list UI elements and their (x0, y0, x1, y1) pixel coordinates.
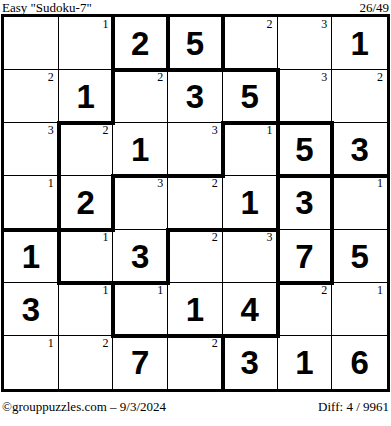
thick-border-segment (57, 228, 61, 285)
thick-border-segment (221, 68, 280, 72)
thick-border-segment (276, 281, 335, 285)
corner-mark: 2 (212, 230, 218, 244)
thick-border-segment (330, 121, 334, 178)
given-digit: 3 (332, 123, 387, 175)
thick-border-segment (57, 121, 116, 125)
thick-border-segment (166, 228, 170, 285)
corner-mark: 3 (212, 123, 218, 137)
corner-mark: 1 (377, 283, 383, 297)
corner-mark: 2 (212, 176, 218, 190)
given-digit: 5 (168, 17, 222, 69)
thick-border-segment (111, 281, 170, 285)
thick-border-segment (166, 15, 170, 72)
given-digit: 1 (113, 123, 167, 175)
cell-r6c2[interactable]: 1 (59, 283, 114, 336)
cell-r7c4[interactable]: 2 (168, 336, 223, 389)
given-digit: 5 (278, 123, 332, 175)
corner-mark: 2 (377, 70, 383, 84)
cell-r3c7: 3 (332, 123, 387, 176)
thick-border-segment (221, 334, 225, 391)
corner-mark: 2 (267, 17, 273, 31)
corner-mark: 1 (102, 17, 108, 31)
sudoku-board: 1252312123532321315312321311132375311142… (1, 14, 390, 392)
cell-r4c2: 2 (59, 176, 114, 229)
thick-border-segment (111, 174, 115, 231)
given-digit: 5 (223, 70, 277, 122)
corner-mark: 2 (102, 123, 108, 137)
cell-r3c6: 5 (278, 123, 333, 176)
corner-mark: 2 (157, 70, 163, 84)
thick-border-segment (166, 334, 225, 338)
given-digit: 1 (4, 230, 58, 282)
cell-r4c1[interactable]: 1 (4, 176, 59, 229)
thick-border-segment (111, 15, 115, 72)
given-digit: 4 (223, 283, 277, 335)
thick-border-segment (57, 281, 116, 285)
cell-r5c5[interactable]: 3 (223, 230, 278, 283)
thick-border-segment (57, 228, 116, 232)
cell-r2c5: 5 (223, 70, 278, 123)
footer-copyright: ©grouppuzzles.com – 9/3/2024 (2, 399, 166, 415)
corner-mark: 3 (321, 17, 327, 31)
cell-r1c7: 1 (332, 17, 387, 70)
given-digit: 1 (168, 283, 222, 335)
cell-r7c2[interactable]: 2 (59, 336, 114, 389)
thick-border-segment (166, 174, 225, 178)
cell-r5c6: 7 (278, 230, 333, 283)
thick-border-segment (111, 68, 115, 125)
given-digit: 3 (223, 336, 277, 389)
thick-border-segment (111, 334, 170, 338)
cell-r1c4: 5 (168, 17, 223, 70)
thick-border-segment (276, 174, 280, 231)
cell-r7c6: 1 (278, 336, 333, 389)
cell-r6c7[interactable]: 1 (332, 283, 387, 336)
cell-r7c5: 3 (223, 336, 278, 389)
cell-r6c6[interactable]: 2 (278, 283, 333, 336)
corner-mark: 2 (102, 336, 108, 350)
given-digit: 1 (278, 336, 332, 389)
cell-r1c5[interactable]: 2 (223, 17, 278, 70)
cell-r6c4: 1 (168, 283, 223, 336)
cell-r2c2: 1 (59, 70, 114, 123)
cell-r6c5: 4 (223, 283, 278, 336)
cell-r5c4[interactable]: 2 (168, 230, 223, 283)
cell-r3c5[interactable]: 1 (223, 123, 278, 176)
cell-r4c5: 1 (223, 176, 278, 229)
thick-border-segment (166, 68, 225, 72)
corner-mark: 3 (157, 176, 163, 190)
cell-r2c3[interactable]: 2 (113, 70, 168, 123)
thick-border-segment (166, 228, 225, 232)
cell-r4c6: 3 (278, 176, 333, 229)
given-digit: 2 (59, 176, 113, 228)
thick-border-segment (276, 121, 335, 125)
thick-border-segment (57, 174, 61, 231)
thick-border-segment (221, 121, 225, 178)
thick-border-segment (276, 174, 335, 178)
cell-r2c1[interactable]: 2 (4, 70, 59, 123)
cell-r4c4[interactable]: 2 (168, 176, 223, 229)
given-digit: 7 (278, 230, 332, 282)
corner-mark: 3 (48, 123, 54, 137)
cell-r1c3: 2 (113, 17, 168, 70)
given-digit: 5 (332, 230, 387, 282)
given-digit: 3 (168, 70, 222, 122)
corner-mark: 1 (267, 123, 273, 137)
thick-border-segment (111, 174, 170, 178)
thick-border-segment (111, 281, 115, 338)
cell-r3c1[interactable]: 3 (4, 123, 59, 176)
corner-mark: 3 (267, 230, 273, 244)
thick-border-segment (111, 68, 170, 72)
cell-r3c2[interactable]: 2 (59, 123, 114, 176)
cell-r6c3[interactable]: 1 (113, 283, 168, 336)
corner-mark: 1 (157, 283, 163, 297)
cell-r5c3: 3 (113, 230, 168, 283)
cell-r1c2[interactable]: 1 (59, 17, 114, 70)
cell-r2c4: 3 (168, 70, 223, 123)
corner-mark: 1 (48, 336, 54, 350)
corner-mark: 1 (102, 283, 108, 297)
thick-border-segment (276, 121, 280, 178)
cell-r7c1[interactable]: 1 (4, 336, 59, 389)
corner-mark: 2 (212, 336, 218, 350)
cell-r1c6[interactable]: 3 (278, 17, 333, 70)
thick-border-segment (221, 334, 280, 338)
thick-border-segment (330, 228, 334, 285)
given-digit: 3 (278, 176, 332, 228)
cell-r1c1[interactable] (4, 17, 59, 70)
cell-r4c7[interactable]: 1 (332, 176, 387, 229)
corner-mark: 2 (321, 283, 327, 297)
thick-border-segment (276, 281, 280, 338)
corner-mark: 3 (321, 70, 327, 84)
corner-mark: 1 (102, 230, 108, 244)
thick-border-segment (57, 121, 61, 178)
cell-r2c7[interactable]: 2 (332, 70, 387, 123)
given-digit: 1 (59, 70, 113, 122)
cell-r5c1: 1 (4, 230, 59, 283)
thick-border-segment (221, 15, 225, 72)
thick-border-segment (276, 68, 280, 125)
thick-border-segment (221, 228, 280, 232)
given-digit: 3 (4, 283, 58, 335)
cell-r5c2[interactable]: 1 (59, 230, 114, 283)
cell-r3c4[interactable]: 3 (168, 123, 223, 176)
cell-r6c1: 3 (4, 283, 59, 336)
cell-r2c6[interactable]: 3 (278, 70, 333, 123)
cell-r7c3: 7 (113, 336, 168, 389)
thick-border-segment (2, 228, 61, 232)
given-digit: 2 (113, 17, 167, 69)
cell-r4c3[interactable]: 3 (113, 176, 168, 229)
corner-mark: 1 (377, 176, 383, 190)
thick-border-segment (221, 121, 280, 125)
given-digit: 6 (332, 336, 387, 389)
given-digit: 3 (113, 230, 167, 282)
thick-border-segment (330, 174, 334, 231)
thick-border-segment (276, 228, 280, 285)
difficulty-label: Diff: 4 / 9961 (318, 399, 389, 415)
cell-r7c7: 6 (332, 336, 387, 389)
given-digit: 7 (113, 336, 167, 389)
cell-r5c7: 5 (332, 230, 387, 283)
thick-border-segment (330, 174, 389, 178)
given-digit: 1 (223, 176, 277, 228)
corner-mark: 1 (48, 176, 54, 190)
given-digit: 1 (332, 17, 387, 69)
cell-r3c3: 1 (113, 123, 168, 176)
corner-mark: 2 (48, 70, 54, 84)
